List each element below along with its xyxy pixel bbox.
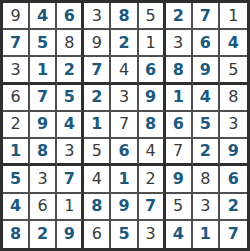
sudoku-cell-r9c4: 6 bbox=[84, 221, 111, 248]
sudoku-cell-r2c9[interactable]: 4 bbox=[220, 30, 247, 57]
sudoku-cell-r4c1: 6 bbox=[3, 85, 30, 112]
sudoku-cell-r3c9: 5 bbox=[220, 57, 247, 84]
sudoku-cell-r2c1[interactable]: 7 bbox=[3, 30, 30, 57]
sudoku-cell-r4c9: 8 bbox=[220, 85, 247, 112]
sudoku-cell-r5c5: 7 bbox=[111, 112, 138, 139]
sudoku-cell-r2c5[interactable]: 2 bbox=[111, 30, 138, 57]
sudoku-cell-r1c8[interactable]: 7 bbox=[193, 3, 220, 30]
sudoku-cell-r6c2[interactable]: 8 bbox=[30, 139, 57, 166]
sudoku-cell-r8c8: 3 bbox=[193, 194, 220, 221]
sudoku-cell-r4c5: 3 bbox=[111, 85, 138, 112]
sudoku-cell-r1c6: 5 bbox=[139, 3, 166, 30]
sudoku-cell-r3c1: 3 bbox=[3, 57, 30, 84]
sudoku-cell-r7c5[interactable]: 1 bbox=[111, 166, 138, 193]
sudoku-cell-r7c6: 2 bbox=[139, 166, 166, 193]
sudoku-cell-r9c7[interactable]: 4 bbox=[166, 221, 193, 248]
sudoku-cell-r3c7[interactable]: 8 bbox=[166, 57, 193, 84]
sudoku-cell-r5c7[interactable]: 6 bbox=[166, 112, 193, 139]
sudoku-cell-r8c7: 5 bbox=[166, 194, 193, 221]
sudoku-cell-r1c7[interactable]: 2 bbox=[166, 3, 193, 30]
sudoku-cell-r3c2[interactable]: 1 bbox=[30, 57, 57, 84]
sudoku-cell-r9c9[interactable]: 7 bbox=[220, 221, 247, 248]
sudoku-cell-r2c4: 9 bbox=[84, 30, 111, 57]
sudoku-cell-r8c4[interactable]: 8 bbox=[84, 194, 111, 221]
sudoku-cell-r3c6[interactable]: 6 bbox=[139, 57, 166, 84]
sudoku-cell-r3c4[interactable]: 7 bbox=[84, 57, 111, 84]
sudoku-cell-r1c1: 9 bbox=[3, 3, 30, 30]
sudoku-cell-r2c6: 1 bbox=[139, 30, 166, 57]
sudoku-cell-r1c4: 3 bbox=[84, 3, 111, 30]
sudoku-cell-r4c8[interactable]: 4 bbox=[193, 85, 220, 112]
sudoku-cell-r7c4: 4 bbox=[84, 166, 111, 193]
sudoku-cell-r2c7: 3 bbox=[166, 30, 193, 57]
sudoku-cell-r5c8[interactable]: 5 bbox=[193, 112, 220, 139]
sudoku-cell-r4c7[interactable]: 1 bbox=[166, 85, 193, 112]
sudoku-cell-r1c9: 1 bbox=[220, 3, 247, 30]
sudoku-cell-r2c3: 8 bbox=[57, 30, 84, 57]
sudoku-cell-r2c2[interactable]: 5 bbox=[30, 30, 57, 57]
sudoku-cell-r9c8[interactable]: 1 bbox=[193, 221, 220, 248]
sudoku-cell-r7c3[interactable]: 7 bbox=[57, 166, 84, 193]
sudoku-cell-r6c9[interactable]: 9 bbox=[220, 139, 247, 166]
sudoku-cell-r6c4: 5 bbox=[84, 139, 111, 166]
sudoku-cell-r1c5[interactable]: 8 bbox=[111, 3, 138, 30]
sudoku-cell-r5c9: 3 bbox=[220, 112, 247, 139]
sudoku-cell-r8c5[interactable]: 9 bbox=[111, 194, 138, 221]
sudoku-cell-r3c8[interactable]: 9 bbox=[193, 57, 220, 84]
sudoku-cell-r4c4[interactable]: 2 bbox=[84, 85, 111, 112]
sudoku-cell-r2c8[interactable]: 6 bbox=[193, 30, 220, 57]
sudoku-cell-r4c2[interactable]: 7 bbox=[30, 85, 57, 112]
sudoku-board: 9463852717589213643127468956752391482941… bbox=[0, 0, 250, 251]
sudoku-cell-r8c3: 1 bbox=[57, 194, 84, 221]
sudoku-cell-r6c3: 3 bbox=[57, 139, 84, 166]
sudoku-cell-r3c5: 4 bbox=[111, 57, 138, 84]
sudoku-cell-r7c2: 3 bbox=[30, 166, 57, 193]
sudoku-cell-r6c1[interactable]: 1 bbox=[3, 139, 30, 166]
sudoku-cell-r8c1[interactable]: 4 bbox=[3, 194, 30, 221]
sudoku-cell-r4c3[interactable]: 5 bbox=[57, 85, 84, 112]
sudoku-cell-r5c2[interactable]: 9 bbox=[30, 112, 57, 139]
sudoku-cell-r5c1: 2 bbox=[3, 112, 30, 139]
sudoku-cell-r1c3[interactable]: 6 bbox=[57, 3, 84, 30]
sudoku-cell-r9c6: 3 bbox=[139, 221, 166, 248]
sudoku-cell-r9c5[interactable]: 5 bbox=[111, 221, 138, 248]
sudoku-cell-r6c5[interactable]: 6 bbox=[111, 139, 138, 166]
sudoku-cell-r5c6[interactable]: 8 bbox=[139, 112, 166, 139]
sudoku-cell-r1c2[interactable]: 4 bbox=[30, 3, 57, 30]
sudoku-cell-r3c3[interactable]: 2 bbox=[57, 57, 84, 84]
sudoku-cell-r9c3[interactable]: 9 bbox=[57, 221, 84, 248]
sudoku-cell-r7c1[interactable]: 5 bbox=[3, 166, 30, 193]
sudoku-cell-r6c7: 7 bbox=[166, 139, 193, 166]
sudoku-cell-r5c4[interactable]: 1 bbox=[84, 112, 111, 139]
sudoku-cell-r7c8: 8 bbox=[193, 166, 220, 193]
sudoku-cell-r9c1[interactable]: 8 bbox=[3, 221, 30, 248]
sudoku-cell-r4c6[interactable]: 9 bbox=[139, 85, 166, 112]
sudoku-cell-r7c7[interactable]: 9 bbox=[166, 166, 193, 193]
sudoku-cell-r8c6[interactable]: 7 bbox=[139, 194, 166, 221]
sudoku-cell-r6c6: 4 bbox=[139, 139, 166, 166]
sudoku-cell-r8c9[interactable]: 2 bbox=[220, 194, 247, 221]
sudoku-cell-r6c8[interactable]: 2 bbox=[193, 139, 220, 166]
sudoku-cell-r7c9[interactable]: 6 bbox=[220, 166, 247, 193]
sudoku-cell-r5c3[interactable]: 4 bbox=[57, 112, 84, 139]
sudoku-cell-r8c2: 6 bbox=[30, 194, 57, 221]
sudoku-cell-r9c2[interactable]: 2 bbox=[30, 221, 57, 248]
